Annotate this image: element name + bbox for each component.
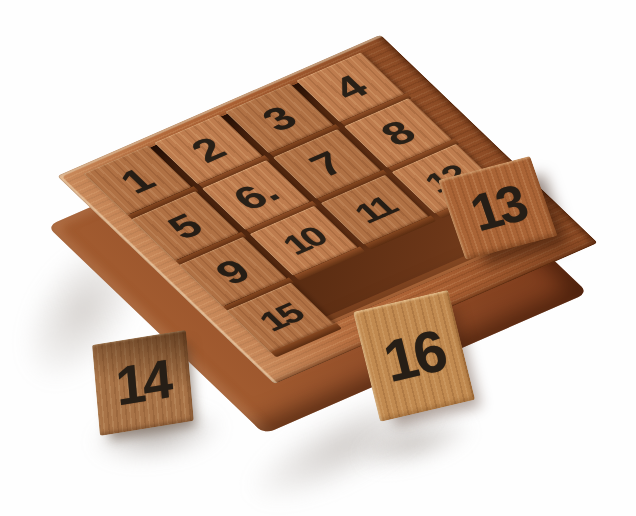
- tile-1-label: 1: [112, 162, 162, 198]
- product-photo-stage: 1 2 3 4 5 6. 7 8 9 10 11 12 15 13 16 14: [0, 0, 636, 516]
- tile-15-label: 15: [253, 299, 308, 335]
- tile-13-label: 13: [464, 177, 531, 240]
- tile-16-label: 16: [378, 321, 449, 391]
- tile-14[interactable]: 14: [92, 330, 194, 436]
- tile-2-label: 2: [183, 131, 233, 167]
- tile-6-label: 6.: [225, 175, 286, 216]
- tile-9-label: 9: [208, 254, 258, 290]
- tile-14-label: 14: [114, 352, 172, 415]
- tile-4-label: 4: [325, 69, 375, 105]
- tile-10-label: 10: [276, 223, 331, 259]
- tile-11-label: 11: [348, 192, 402, 227]
- tile-7-label: 7: [302, 146, 352, 182]
- tile-3-label: 3: [254, 100, 304, 136]
- tile-8-label: 8: [373, 115, 423, 151]
- tile-5-label: 5: [160, 208, 210, 244]
